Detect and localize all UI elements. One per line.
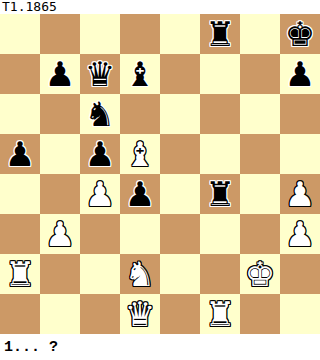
square-h6[interactable] — [280, 94, 320, 134]
square-d4[interactable]: ♟ — [120, 174, 160, 214]
chess-board: ♜♚♟♛♝♟♞♟♟♝♟♟♜♟♟♟♜♞♚♛♜ — [0, 14, 320, 334]
square-a8[interactable] — [0, 14, 40, 54]
white-rook-a2[interactable]: ♜ — [0, 254, 40, 294]
square-f7[interactable] — [200, 54, 240, 94]
black-rook-f8[interactable]: ♜ — [200, 14, 240, 54]
square-b8[interactable] — [40, 14, 80, 54]
square-e7[interactable] — [160, 54, 200, 94]
square-d7[interactable]: ♝ — [120, 54, 160, 94]
black-pawn-a5[interactable]: ♟ — [0, 134, 40, 174]
square-g5[interactable] — [240, 134, 280, 174]
square-b4[interactable] — [40, 174, 80, 214]
square-d1[interactable]: ♛ — [120, 294, 160, 334]
square-f6[interactable] — [200, 94, 240, 134]
square-h2[interactable] — [280, 254, 320, 294]
square-c3[interactable] — [80, 214, 120, 254]
square-d8[interactable] — [120, 14, 160, 54]
square-c7[interactable]: ♛ — [80, 54, 120, 94]
square-h5[interactable] — [280, 134, 320, 174]
square-c6[interactable]: ♞ — [80, 94, 120, 134]
white-bishop-d5[interactable]: ♝ — [120, 134, 160, 174]
square-f2[interactable] — [200, 254, 240, 294]
square-f1[interactable]: ♜ — [200, 294, 240, 334]
square-g3[interactable] — [240, 214, 280, 254]
square-f8[interactable]: ♜ — [200, 14, 240, 54]
square-a4[interactable] — [0, 174, 40, 214]
square-g8[interactable] — [240, 14, 280, 54]
square-g6[interactable] — [240, 94, 280, 134]
black-knight-c6[interactable]: ♞ — [80, 94, 120, 134]
square-e5[interactable] — [160, 134, 200, 174]
square-a6[interactable] — [0, 94, 40, 134]
square-a5[interactable]: ♟ — [0, 134, 40, 174]
square-d3[interactable] — [120, 214, 160, 254]
square-h1[interactable] — [280, 294, 320, 334]
square-b2[interactable] — [40, 254, 80, 294]
black-queen-c7[interactable]: ♛ — [80, 54, 120, 94]
black-rook-f4[interactable]: ♜ — [200, 174, 240, 214]
square-d2[interactable]: ♞ — [120, 254, 160, 294]
black-bishop-d7[interactable]: ♝ — [120, 54, 160, 94]
black-pawn-b7[interactable]: ♟ — [40, 54, 80, 94]
square-a3[interactable] — [0, 214, 40, 254]
white-rook-f1[interactable]: ♜ — [200, 294, 240, 334]
square-d5[interactable]: ♝ — [120, 134, 160, 174]
square-g2[interactable]: ♚ — [240, 254, 280, 294]
black-king-h8[interactable]: ♚ — [280, 14, 320, 54]
square-b5[interactable] — [40, 134, 80, 174]
chess-puzzle-screen: T1.1865 ♜♚♟♛♝♟♞♟♟♝♟♟♜♟♟♟♜♞♚♛♜ 1... ? — [0, 0, 320, 360]
move-prompt-label: 1... ? — [4, 338, 58, 358]
square-f5[interactable] — [200, 134, 240, 174]
square-g1[interactable] — [240, 294, 280, 334]
square-e1[interactable] — [160, 294, 200, 334]
square-e6[interactable] — [160, 94, 200, 134]
square-b6[interactable] — [40, 94, 80, 134]
square-a7[interactable] — [0, 54, 40, 94]
square-d6[interactable] — [120, 94, 160, 134]
square-g4[interactable] — [240, 174, 280, 214]
square-e3[interactable] — [160, 214, 200, 254]
square-c4[interactable]: ♟ — [80, 174, 120, 214]
white-pawn-b3[interactable]: ♟ — [40, 214, 80, 254]
black-pawn-c5[interactable]: ♟ — [80, 134, 120, 174]
white-knight-d2[interactable]: ♞ — [120, 254, 160, 294]
square-c5[interactable]: ♟ — [80, 134, 120, 174]
black-pawn-h7[interactable]: ♟ — [280, 54, 320, 94]
square-c1[interactable] — [80, 294, 120, 334]
square-c8[interactable] — [80, 14, 120, 54]
square-h7[interactable]: ♟ — [280, 54, 320, 94]
square-f3[interactable] — [200, 214, 240, 254]
square-b7[interactable]: ♟ — [40, 54, 80, 94]
square-a1[interactable] — [0, 294, 40, 334]
square-h4[interactable]: ♟ — [280, 174, 320, 214]
square-b1[interactable] — [40, 294, 80, 334]
square-b3[interactable]: ♟ — [40, 214, 80, 254]
black-pawn-d4[interactable]: ♟ — [120, 174, 160, 214]
square-e2[interactable] — [160, 254, 200, 294]
white-pawn-h3[interactable]: ♟ — [280, 214, 320, 254]
square-h8[interactable]: ♚ — [280, 14, 320, 54]
square-f4[interactable]: ♜ — [200, 174, 240, 214]
square-e8[interactable] — [160, 14, 200, 54]
square-h3[interactable]: ♟ — [280, 214, 320, 254]
square-a2[interactable]: ♜ — [0, 254, 40, 294]
white-pawn-c4[interactable]: ♟ — [80, 174, 120, 214]
square-e4[interactable] — [160, 174, 200, 214]
white-king-g2[interactable]: ♚ — [240, 254, 280, 294]
square-g7[interactable] — [240, 54, 280, 94]
white-queen-d1[interactable]: ♛ — [120, 294, 160, 334]
square-c2[interactable] — [80, 254, 120, 294]
white-pawn-h4[interactable]: ♟ — [280, 174, 320, 214]
puzzle-id-label: T1.1865 — [2, 0, 57, 14]
